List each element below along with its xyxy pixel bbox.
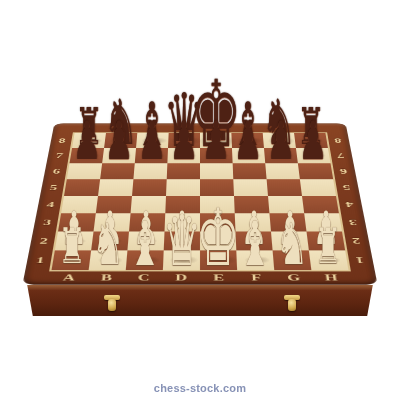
left-brass-clasp xyxy=(104,293,120,313)
square-g5[interactable] xyxy=(267,179,302,196)
right-brass-clasp xyxy=(284,293,300,313)
dark-pawn-f7[interactable]: ♟ xyxy=(234,114,263,167)
light-knight-b1[interactable]: ♞ xyxy=(92,215,124,273)
rank-label-left-5: 5 xyxy=(41,179,66,196)
square-d5[interactable] xyxy=(166,179,200,196)
light-knight-g1[interactable]: ♞ xyxy=(276,215,308,273)
square-b5[interactable] xyxy=(98,179,133,196)
rank-label-left-6: 6 xyxy=(44,163,68,179)
chess-set-photo: ABCDEFGH 87654321 87654321 ♜♞♝♛♚♝♞♜♟♟♟♟♟… xyxy=(0,0,400,400)
rank-label-right-7: 7 xyxy=(329,148,353,163)
dark-pawn-a7[interactable]: ♟ xyxy=(72,114,101,167)
rank-label-left-8: 8 xyxy=(50,133,73,148)
dark-pawn-e7[interactable]: ♟ xyxy=(201,114,230,167)
light-bishop-f1[interactable]: ♝ xyxy=(238,213,272,274)
rank-label-left-4: 4 xyxy=(38,196,63,213)
rank-label-right-6: 6 xyxy=(331,163,355,179)
light-rook-a1[interactable]: ♜ xyxy=(58,222,85,271)
rank-label-right-3: 3 xyxy=(340,213,366,231)
dark-pawn-d7[interactable]: ♟ xyxy=(169,114,198,167)
rank-label-right-5: 5 xyxy=(334,179,359,196)
square-a5[interactable] xyxy=(64,179,100,196)
watermark: chess-stock.com xyxy=(0,382,400,394)
light-rook-h1[interactable]: ♜ xyxy=(315,222,342,271)
square-c5[interactable] xyxy=(132,179,167,196)
dark-pawn-c7[interactable]: ♟ xyxy=(137,114,166,167)
rank-label-right-1: 1 xyxy=(346,250,373,270)
light-bishop-c1[interactable]: ♝ xyxy=(128,213,162,274)
dark-pawn-b7[interactable]: ♟ xyxy=(105,114,134,167)
box-front-face xyxy=(0,285,400,316)
rank-label-right-4: 4 xyxy=(337,196,362,213)
dark-pawn-h7[interactable]: ♟ xyxy=(298,114,327,167)
rank-label-right-2: 2 xyxy=(343,231,370,250)
rank-label-left-7: 7 xyxy=(47,148,71,163)
rank-label-left-3: 3 xyxy=(34,213,60,231)
square-h5[interactable] xyxy=(300,179,336,196)
dark-pawn-g7[interactable]: ♟ xyxy=(266,114,295,167)
rank-label-right-8: 8 xyxy=(326,133,349,148)
rank-label-left-1: 1 xyxy=(26,250,53,270)
light-king-e1[interactable]: ♚ xyxy=(196,199,240,278)
rank-label-left-2: 2 xyxy=(30,231,57,250)
